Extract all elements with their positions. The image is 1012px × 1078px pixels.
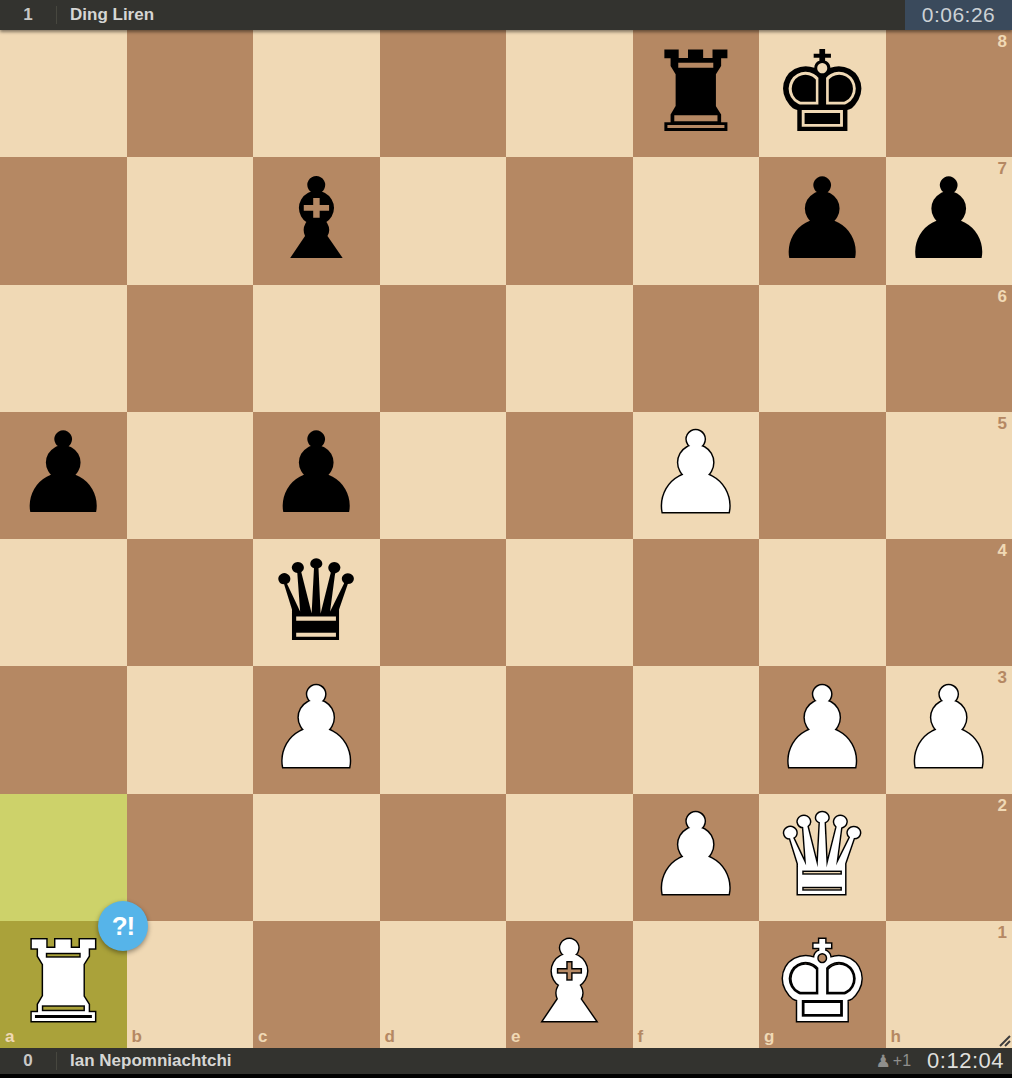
top-player-score: 1 — [0, 5, 56, 25]
square-b2[interactable] — [127, 794, 254, 921]
chess-broadcast-app: 1 Ding Liren 0:06:26 ♜♚8♝♟7♟6♟♟♟5♛4♟♟3♟♟… — [0, 0, 1012, 1078]
rank-label-8: 8 — [998, 33, 1007, 50]
file-label-d: d — [385, 1028, 395, 1045]
square-h6[interactable]: 6 — [886, 285, 1012, 412]
bottom-player-bar: 0 Ian Nepomniachtchi ♟ +1 0:12:04 — [0, 1048, 1012, 1078]
square-g3[interactable]: ♟ — [759, 666, 886, 793]
chess-board[interactable]: ♜♚8♝♟7♟6♟♟♟5♛4♟♟3♟♟♛2a♜bcde♝fg♚1h — [0, 30, 1012, 1048]
square-d1[interactable]: d — [380, 921, 507, 1048]
square-f3[interactable] — [633, 666, 760, 793]
square-g1[interactable]: g♚ — [759, 921, 886, 1048]
square-a2[interactable] — [0, 794, 127, 921]
square-b6[interactable] — [127, 285, 254, 412]
piece-black-king[interactable]: ♚ — [772, 36, 872, 148]
square-b8[interactable] — [127, 30, 254, 157]
board-resize-handle-icon[interactable] — [996, 1032, 1011, 1047]
piece-black-pawn[interactable]: ♟ — [899, 163, 999, 275]
square-g2[interactable]: ♛ — [759, 794, 886, 921]
square-c2[interactable] — [253, 794, 380, 921]
square-a4[interactable] — [0, 539, 127, 666]
square-h4[interactable]: 4 — [886, 539, 1012, 666]
square-c1[interactable]: c — [253, 921, 380, 1048]
piece-white-pawn[interactable]: ♟ — [646, 799, 746, 911]
piece-white-queen[interactable]: ♛ — [772, 799, 872, 911]
square-e6[interactable] — [506, 285, 633, 412]
piece-white-pawn[interactable]: ♟ — [266, 672, 366, 784]
rank-label-4: 4 — [998, 542, 1007, 559]
square-b5[interactable] — [127, 412, 254, 539]
square-f4[interactable] — [633, 539, 760, 666]
square-a5[interactable]: ♟ — [0, 412, 127, 539]
square-h3[interactable]: 3♟ — [886, 666, 1012, 793]
file-label-f: f — [638, 1028, 644, 1045]
square-c6[interactable] — [253, 285, 380, 412]
square-e1[interactable]: e♝ — [506, 921, 633, 1048]
square-d4[interactable] — [380, 539, 507, 666]
square-c7[interactable]: ♝ — [253, 157, 380, 284]
square-h7[interactable]: 7♟ — [886, 157, 1012, 284]
square-a3[interactable] — [0, 666, 127, 793]
piece-white-pawn[interactable]: ♟ — [646, 417, 746, 529]
square-f5[interactable]: ♟ — [633, 412, 760, 539]
piece-black-pawn[interactable]: ♟ — [266, 417, 366, 529]
square-g4[interactable] — [759, 539, 886, 666]
rank-label-6: 6 — [998, 288, 1007, 305]
piece-black-pawn[interactable]: ♟ — [13, 417, 113, 529]
square-g7[interactable]: ♟ — [759, 157, 886, 284]
square-b7[interactable] — [127, 157, 254, 284]
square-e3[interactable] — [506, 666, 633, 793]
piece-white-pawn[interactable]: ♟ — [772, 672, 872, 784]
square-g8[interactable]: ♚ — [759, 30, 886, 157]
square-b3[interactable] — [127, 666, 254, 793]
square-c5[interactable]: ♟ — [253, 412, 380, 539]
square-f2[interactable]: ♟ — [633, 794, 760, 921]
square-b4[interactable] — [127, 539, 254, 666]
square-f8[interactable]: ♜ — [633, 30, 760, 157]
square-d8[interactable] — [380, 30, 507, 157]
square-h2[interactable]: 2 — [886, 794, 1012, 921]
piece-white-king[interactable]: ♚ — [772, 926, 872, 1038]
square-c8[interactable] — [253, 30, 380, 157]
square-e7[interactable] — [506, 157, 633, 284]
square-f7[interactable] — [633, 157, 760, 284]
rank-label-1: 1 — [998, 924, 1007, 941]
piece-black-pawn[interactable]: ♟ — [772, 163, 872, 275]
move-annotation-badge: ?! — [98, 901, 148, 951]
board-area: ♜♚8♝♟7♟6♟♟♟5♛4♟♟3♟♟♛2a♜bcde♝fg♚1h ?! — [0, 30, 1012, 1048]
square-f6[interactable] — [633, 285, 760, 412]
file-label-c: c — [258, 1028, 267, 1045]
piece-white-bishop[interactable]: ♝ — [519, 926, 619, 1038]
square-d3[interactable] — [380, 666, 507, 793]
piece-white-rook[interactable]: ♜ — [13, 926, 113, 1038]
top-player-clock: 0:06:26 — [905, 0, 1012, 30]
square-a6[interactable] — [0, 285, 127, 412]
square-e4[interactable] — [506, 539, 633, 666]
bottom-bar-divider — [56, 1052, 57, 1070]
piece-black-rook[interactable]: ♜ — [646, 36, 746, 148]
material-advantage: ♟ +1 — [876, 1052, 912, 1070]
square-d2[interactable] — [380, 794, 507, 921]
square-e2[interactable] — [506, 794, 633, 921]
bottom-player-clock: 0:12:04 — [927, 1048, 1012, 1074]
square-e5[interactable] — [506, 412, 633, 539]
square-a8[interactable] — [0, 30, 127, 157]
piece-black-queen[interactable]: ♛ — [266, 545, 366, 657]
square-e8[interactable] — [506, 30, 633, 157]
square-d5[interactable] — [380, 412, 507, 539]
rank-label-5: 5 — [998, 415, 1007, 432]
piece-white-pawn[interactable]: ♟ — [899, 672, 999, 784]
top-player-bar: 1 Ding Liren 0:06:26 — [0, 0, 1012, 30]
top-bar-divider — [56, 6, 57, 24]
file-label-b: b — [132, 1028, 142, 1045]
top-player-name[interactable]: Ding Liren — [70, 5, 154, 25]
square-g5[interactable] — [759, 412, 886, 539]
square-h5[interactable]: 5 — [886, 412, 1012, 539]
square-c4[interactable]: ♛ — [253, 539, 380, 666]
bottom-player-name[interactable]: Ian Nepomniachtchi — [70, 1051, 232, 1071]
square-h1[interactable]: 1h — [886, 921, 1012, 1048]
file-label-h: h — [891, 1028, 901, 1045]
square-f1[interactable]: f — [633, 921, 760, 1048]
square-c3[interactable]: ♟ — [253, 666, 380, 793]
square-a7[interactable] — [0, 157, 127, 284]
square-d6[interactable] — [380, 285, 507, 412]
square-g6[interactable] — [759, 285, 886, 412]
piece-black-bishop[interactable]: ♝ — [266, 163, 366, 275]
square-d7[interactable] — [380, 157, 507, 284]
bottom-player-score: 0 — [0, 1051, 56, 1071]
material-advantage-value: +1 — [893, 1052, 911, 1070]
pawn-icon: ♟ — [876, 1053, 891, 1070]
square-h8[interactable]: 8 — [886, 30, 1012, 157]
square-b1[interactable]: b — [127, 921, 254, 1048]
rank-label-2: 2 — [998, 797, 1007, 814]
